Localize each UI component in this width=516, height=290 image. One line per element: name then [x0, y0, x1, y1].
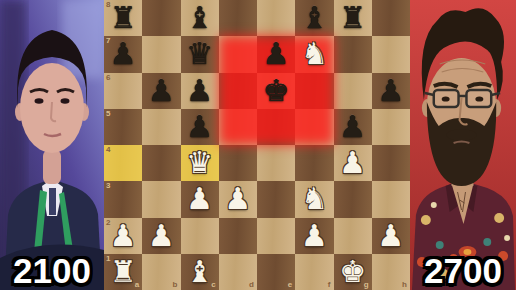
eye	[475, 96, 483, 101]
square-d4[interactable]	[219, 145, 257, 181]
square-h3[interactable]	[372, 181, 410, 217]
eye	[61, 98, 70, 104]
square-e4[interactable]	[257, 145, 295, 181]
right-player-rating: 2700	[410, 253, 516, 288]
black-king-e6[interactable]: ♚	[257, 73, 295, 109]
square-h8[interactable]	[372, 0, 410, 36]
black-rook-g8[interactable]: ♜	[334, 0, 372, 36]
rank-label-3: 3	[106, 182, 110, 190]
mustache	[447, 129, 477, 141]
square-h5[interactable]	[372, 109, 410, 145]
square-b1[interactable]: b	[142, 254, 180, 290]
square-b8[interactable]	[142, 0, 180, 36]
square-h7[interactable]	[372, 36, 410, 72]
square-g2[interactable]	[334, 218, 372, 254]
eye	[35, 98, 44, 104]
black-pawn-g5[interactable]: ♟	[334, 109, 372, 145]
white-pawn-c3[interactable]: ♟	[181, 181, 219, 217]
square-e3[interactable]	[257, 181, 295, 217]
white-queen-c4[interactable]: ♛	[181, 145, 219, 181]
left-player-photo	[0, 0, 104, 290]
square-a5[interactable]: 5	[104, 109, 142, 145]
square-f5[interactable]	[295, 109, 333, 145]
left-player-rating: 2100	[0, 253, 104, 288]
file-label-b: b	[173, 281, 178, 289]
square-f6[interactable]	[295, 73, 333, 109]
square-b5[interactable]	[142, 109, 180, 145]
square-d5[interactable]	[219, 109, 257, 145]
black-pawn-e7[interactable]: ♟	[257, 36, 295, 72]
white-bishop-c1[interactable]: ♝	[181, 254, 219, 290]
white-pawn-d3[interactable]: ♟	[219, 181, 257, 217]
chess-thumbnail: 2100 87654321abcdefgh ♜♝♝♜♟♛♟♞♟♟♚♟♟♟♛♟♟♟…	[0, 0, 516, 290]
white-king-g1[interactable]: ♚	[334, 254, 372, 290]
rank-label-4: 4	[106, 146, 110, 154]
square-b3[interactable]	[142, 181, 180, 217]
white-rook-a1[interactable]: ♜	[104, 254, 142, 290]
square-e5[interactable]	[257, 109, 295, 145]
square-b4[interactable]	[142, 145, 180, 181]
rank-label-6: 6	[106, 74, 110, 82]
chess-board: 87654321abcdefgh ♜♝♝♜♟♛♟♞♟♟♚♟♟♟♛♟♟♟♞♟♟♟♟…	[104, 0, 410, 290]
white-pawn-b2[interactable]: ♟	[142, 218, 180, 254]
white-pawn-f2[interactable]: ♟	[295, 218, 333, 254]
neck	[43, 150, 61, 184]
square-g7[interactable]	[334, 36, 372, 72]
white-pawn-h2[interactable]: ♟	[372, 218, 410, 254]
black-queen-c7[interactable]: ♛	[181, 36, 219, 72]
square-a4[interactable]: 4	[104, 145, 142, 181]
black-pawn-c6[interactable]: ♟	[181, 73, 219, 109]
black-pawn-b6[interactable]: ♟	[142, 73, 180, 109]
black-pawn-c5[interactable]: ♟	[181, 109, 219, 145]
black-rook-a8[interactable]: ♜	[104, 0, 142, 36]
square-g6[interactable]	[334, 73, 372, 109]
white-pawn-g4[interactable]: ♟	[334, 145, 372, 181]
left-player-panel: 2100	[0, 0, 104, 290]
square-g3[interactable]	[334, 181, 372, 217]
square-e8[interactable]	[257, 0, 295, 36]
black-bishop-c8[interactable]: ♝	[181, 0, 219, 36]
right-player-photo	[410, 0, 516, 290]
file-label-d: d	[249, 281, 254, 289]
black-bishop-f8[interactable]: ♝	[295, 0, 333, 36]
file-label-f: f	[328, 281, 331, 289]
black-pawn-h6[interactable]: ♟	[372, 73, 410, 109]
rank-label-5: 5	[106, 110, 110, 118]
file-label-e: e	[288, 281, 292, 289]
square-e2[interactable]	[257, 218, 295, 254]
file-label-h: h	[402, 281, 407, 289]
square-f1[interactable]: f	[295, 254, 333, 290]
black-pawn-a7[interactable]: ♟	[104, 36, 142, 72]
white-knight-f7[interactable]: ♞	[295, 36, 333, 72]
square-c2[interactable]	[181, 218, 219, 254]
square-d6[interactable]	[219, 73, 257, 109]
square-a3[interactable]: 3	[104, 181, 142, 217]
square-a6[interactable]: 6	[104, 73, 142, 109]
square-f4[interactable]	[295, 145, 333, 181]
right-player-panel: 2700	[410, 0, 516, 290]
square-d8[interactable]	[219, 0, 257, 36]
square-d2[interactable]	[219, 218, 257, 254]
white-knight-f3[interactable]: ♞	[295, 181, 333, 217]
square-d1[interactable]: d	[219, 254, 257, 290]
square-h4[interactable]	[372, 145, 410, 181]
square-h1[interactable]: h	[372, 254, 410, 290]
square-e1[interactable]: e	[257, 254, 295, 290]
square-d7[interactable]	[219, 36, 257, 72]
square-b7[interactable]	[142, 36, 180, 72]
eye	[442, 96, 450, 101]
tie	[49, 188, 56, 215]
white-pawn-a2[interactable]: ♟	[104, 218, 142, 254]
